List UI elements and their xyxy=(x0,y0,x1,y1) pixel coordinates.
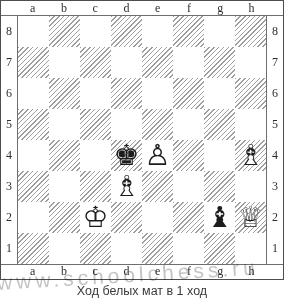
rank-label-1: 1 xyxy=(272,241,278,256)
file-label-a: a xyxy=(30,264,35,279)
square-f1[interactable] xyxy=(173,233,204,264)
rank-labels-left: 87654321 xyxy=(1,16,17,264)
file-label-f: f xyxy=(187,1,191,16)
rank-label-6: 6 xyxy=(6,86,12,101)
rank-label-1: 1 xyxy=(6,241,12,256)
rank-label-6: 6 xyxy=(272,86,278,101)
square-b8[interactable] xyxy=(49,16,80,47)
square-c6[interactable] xyxy=(80,78,111,109)
rank-label-5: 5 xyxy=(6,117,12,132)
square-b5[interactable] xyxy=(49,109,80,140)
square-e6[interactable] xyxy=(142,78,173,109)
square-g5[interactable] xyxy=(204,109,235,140)
file-label-b: b xyxy=(61,264,67,279)
white-pawn-e4[interactable]: ♟♙ xyxy=(142,140,173,171)
file-label-b: b xyxy=(61,1,67,16)
chess-board: ♚♟♙♝♗♝♗♚♔♝♛♕ xyxy=(17,16,267,264)
rank-label-3: 3 xyxy=(272,179,278,194)
file-label-e: e xyxy=(155,1,160,16)
chess-board-frame: abcdefgh 87654321 ♚♟♙♝♗♝♗♚♔♝♛♕ 87654321 … xyxy=(0,0,284,280)
square-f5[interactable] xyxy=(173,109,204,140)
square-f2[interactable] xyxy=(173,202,204,233)
piece-glyph: ♗ xyxy=(114,171,140,202)
rank-label-2: 2 xyxy=(272,210,278,225)
square-d8[interactable] xyxy=(111,16,142,47)
square-a8[interactable] xyxy=(18,16,49,47)
square-c5[interactable] xyxy=(80,109,111,140)
square-c4[interactable] xyxy=(80,140,111,171)
square-d1[interactable] xyxy=(111,233,142,264)
square-g3[interactable] xyxy=(204,171,235,202)
square-e4[interactable]: ♟♙ xyxy=(142,140,173,171)
file-label-g: g xyxy=(217,264,223,279)
white-queen-h2[interactable]: ♛♕ xyxy=(235,202,266,233)
square-b2[interactable] xyxy=(49,202,80,233)
square-d7[interactable] xyxy=(111,47,142,78)
square-g2[interactable]: ♝ xyxy=(204,202,235,233)
square-c8[interactable] xyxy=(80,16,111,47)
square-e5[interactable] xyxy=(142,109,173,140)
rank-label-7: 7 xyxy=(6,55,12,70)
square-h6[interactable] xyxy=(235,78,266,109)
rank-label-3: 3 xyxy=(6,179,12,194)
file-label-a: a xyxy=(30,1,35,16)
square-b4[interactable] xyxy=(49,140,80,171)
square-e8[interactable] xyxy=(142,16,173,47)
square-c2[interactable]: ♚♔ xyxy=(80,202,111,233)
square-c1[interactable] xyxy=(80,233,111,264)
piece-glyph: ♕ xyxy=(238,202,264,233)
square-a6[interactable] xyxy=(18,78,49,109)
white-bishop-h4[interactable]: ♝♗ xyxy=(235,140,266,171)
square-a7[interactable] xyxy=(18,47,49,78)
square-h2[interactable]: ♛♕ xyxy=(235,202,266,233)
square-b3[interactable] xyxy=(49,171,80,202)
file-label-d: d xyxy=(123,264,129,279)
square-h5[interactable] xyxy=(235,109,266,140)
rank-label-8: 8 xyxy=(6,24,12,39)
white-bishop-d3[interactable]: ♝♗ xyxy=(111,171,142,202)
rank-label-7: 7 xyxy=(272,55,278,70)
square-d4[interactable]: ♚ xyxy=(111,140,142,171)
piece-glyph: ♗ xyxy=(238,140,264,171)
rank-labels-right: 87654321 xyxy=(267,16,283,264)
square-g8[interactable] xyxy=(204,16,235,47)
black-bishop-g2[interactable]: ♝ xyxy=(204,202,235,233)
file-label-c: c xyxy=(92,1,97,16)
square-a2[interactable] xyxy=(18,202,49,233)
square-b6[interactable] xyxy=(49,78,80,109)
square-a3[interactable] xyxy=(18,171,49,202)
white-king-c2[interactable]: ♚♔ xyxy=(80,202,111,233)
rank-label-4: 4 xyxy=(272,148,278,163)
square-g6[interactable] xyxy=(204,78,235,109)
chess-puzzle-diagram: abcdefgh 87654321 ♚♟♙♝♗♝♗♚♔♝♛♕ 87654321 … xyxy=(0,0,284,300)
black-king-d4[interactable]: ♚ xyxy=(111,140,142,171)
file-labels-top: abcdefgh xyxy=(17,1,267,16)
square-h4[interactable]: ♝♗ xyxy=(235,140,266,171)
piece-glyph: ♙ xyxy=(145,140,171,171)
square-d2[interactable] xyxy=(111,202,142,233)
piece-glyph: ♚ xyxy=(114,140,140,171)
file-label-g: g xyxy=(217,1,223,16)
rank-label-4: 4 xyxy=(6,148,12,163)
square-a1[interactable] xyxy=(18,233,49,264)
file-label-e: e xyxy=(155,264,160,279)
square-f6[interactable] xyxy=(173,78,204,109)
square-d5[interactable] xyxy=(111,109,142,140)
square-d6[interactable] xyxy=(111,78,142,109)
square-h7[interactable] xyxy=(235,47,266,78)
file-labels-bottom: abcdefgh xyxy=(17,264,267,279)
square-d3[interactable]: ♝♗ xyxy=(111,171,142,202)
file-label-h: h xyxy=(248,1,254,16)
square-h8[interactable] xyxy=(235,16,266,47)
square-e2[interactable] xyxy=(142,202,173,233)
rank-label-2: 2 xyxy=(6,210,12,225)
square-h3[interactable] xyxy=(235,171,266,202)
square-c3[interactable] xyxy=(80,171,111,202)
piece-glyph: ♝ xyxy=(207,202,233,233)
square-f8[interactable] xyxy=(173,16,204,47)
square-a5[interactable] xyxy=(18,109,49,140)
square-h1[interactable] xyxy=(235,233,266,264)
piece-glyph: ♔ xyxy=(83,202,109,233)
square-b7[interactable] xyxy=(49,47,80,78)
file-label-c: c xyxy=(92,264,97,279)
square-e7[interactable] xyxy=(142,47,173,78)
file-label-d: d xyxy=(123,1,129,16)
file-label-f: f xyxy=(187,264,191,279)
square-f7[interactable] xyxy=(173,47,204,78)
square-f3[interactable] xyxy=(173,171,204,202)
square-g4[interactable] xyxy=(204,140,235,171)
square-c7[interactable] xyxy=(80,47,111,78)
square-f4[interactable] xyxy=(173,140,204,171)
rank-label-5: 5 xyxy=(272,117,278,132)
rank-label-8: 8 xyxy=(272,24,278,39)
square-g1[interactable] xyxy=(204,233,235,264)
puzzle-caption: Ход белых мат в 1 ход xyxy=(0,281,284,300)
file-label-h: h xyxy=(248,264,254,279)
square-b1[interactable] xyxy=(49,233,80,264)
square-e1[interactable] xyxy=(142,233,173,264)
square-g7[interactable] xyxy=(204,47,235,78)
square-a4[interactable] xyxy=(18,140,49,171)
square-e3[interactable] xyxy=(142,171,173,202)
